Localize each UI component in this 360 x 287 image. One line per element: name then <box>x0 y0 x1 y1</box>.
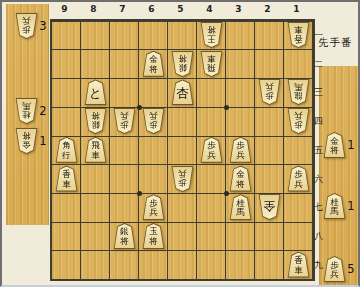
shogi-piece-gote-hand-0[interactable]: 歩兵 <box>15 13 38 39</box>
shogi-piece-sente-78[interactable]: 銀将 <box>113 223 136 249</box>
shogi-piece-gote-74[interactable]: 歩兵 <box>113 108 136 134</box>
koma-face: 龍馬 <box>287 79 310 105</box>
rank-label: 六 <box>313 173 324 186</box>
koma-face: 金将 <box>142 51 165 77</box>
file-label: 3 <box>224 4 253 14</box>
koma-face: 桂馬 <box>323 193 346 219</box>
koma-face: 香車 <box>287 252 310 278</box>
shogi-piece-gote-42[interactable]: 飛車 <box>200 51 223 77</box>
koma-face: 王将 <box>200 22 223 48</box>
koma-face: 歩兵 <box>113 108 136 134</box>
shogi-app-window: 先手番 王将香車金将銀将飛車と杏歩兵龍馬銀将歩兵歩兵歩兵角行飛車歩兵歩兵香車歩兵… <box>0 0 360 287</box>
shogi-piece-sente-68[interactable]: 玉将 <box>142 223 165 249</box>
rank-label: 三 <box>313 86 324 99</box>
shogi-piece-gote-41[interactable]: 王将 <box>200 22 223 48</box>
koma-face: 歩兵 <box>200 137 223 163</box>
koma-face: 香車 <box>55 166 78 192</box>
shogi-piece-gote-27[interactable]: 全 <box>258 194 281 220</box>
file-label: 1 <box>282 4 311 14</box>
koma-face: 銀将 <box>171 51 194 77</box>
gote-hand-count: 3 <box>37 19 49 33</box>
file-label: 5 <box>166 4 195 14</box>
shogi-piece-gote-56[interactable]: 歩兵 <box>171 166 194 192</box>
shogi-piece-sente-hand-2[interactable]: 歩兵 <box>323 256 346 282</box>
koma-face: 玉将 <box>142 223 165 249</box>
koma-face: 桂馬 <box>15 98 38 124</box>
shogi-piece-sente-67[interactable]: 歩兵 <box>142 194 165 220</box>
rank-label: 一 <box>313 29 324 42</box>
file-label: 2 <box>253 4 282 14</box>
shogi-piece-gote-13[interactable]: 龍馬 <box>287 79 310 105</box>
gote-hand-count: 1 <box>37 134 49 148</box>
koma-face: 歩兵 <box>287 108 310 134</box>
file-label: 8 <box>79 4 108 14</box>
koma-face: 角行 <box>55 137 78 163</box>
koma-face: と <box>84 79 107 105</box>
koma-face: 銀将 <box>113 223 136 249</box>
file-label: 4 <box>195 4 224 14</box>
shogi-piece-sente-16[interactable]: 歩兵 <box>287 166 310 192</box>
shogi-piece-sente-62[interactable]: 金将 <box>142 51 165 77</box>
koma-face: 金将 <box>229 166 252 192</box>
gote-hand-count: 2 <box>37 104 49 118</box>
shogi-piece-gote-hand-2[interactable]: 金将 <box>15 128 38 154</box>
sente-hand-count: 5 <box>345 262 357 276</box>
koma-face: 歩兵 <box>142 194 165 220</box>
shogi-piece-sente-36[interactable]: 金将 <box>229 166 252 192</box>
shogi-piece-sente-85[interactable]: 飛車 <box>84 137 107 163</box>
shogi-piece-sente-53[interactable]: 杏 <box>171 79 194 105</box>
shogi-piece-gote-hand-1[interactable]: 桂馬 <box>15 98 38 124</box>
shogi-piece-sente-37[interactable]: 桂馬 <box>229 194 252 220</box>
koma-face: 歩兵 <box>171 166 194 192</box>
shogi-piece-gote-52[interactable]: 銀将 <box>171 51 194 77</box>
rank-label: 四 <box>313 115 324 128</box>
turn-indicator: 先手番 <box>318 36 360 50</box>
shogi-piece-sente-19[interactable]: 香車 <box>287 252 310 278</box>
shogi-piece-sente-96[interactable]: 香車 <box>55 166 78 192</box>
shogi-piece-sente-95[interactable]: 角行 <box>55 137 78 163</box>
shogi-piece-gote-14[interactable]: 歩兵 <box>287 108 310 134</box>
file-label: 9 <box>50 4 79 14</box>
koma-face: 歩兵 <box>15 13 38 39</box>
shogi-piece-gote-23[interactable]: 歩兵 <box>258 79 281 105</box>
shogi-piece-sente-hand-1[interactable]: 桂馬 <box>323 193 346 219</box>
shogi-piece-gote-84[interactable]: 銀将 <box>84 108 107 134</box>
rank-label: 八 <box>313 230 324 243</box>
koma-face: 飛車 <box>200 51 223 77</box>
file-label: 7 <box>108 4 137 14</box>
shogi-piece-sente-hand-0[interactable]: 金将 <box>323 132 346 158</box>
sente-hand-count: 1 <box>345 199 357 213</box>
shogi-piece-gote-11[interactable]: 香車 <box>287 22 310 48</box>
koma-face: 歩兵 <box>258 79 281 105</box>
koma-face: 歩兵 <box>142 108 165 134</box>
koma-face: 全 <box>258 194 281 220</box>
koma-face: 歩兵 <box>323 256 346 282</box>
koma-face: 金将 <box>15 128 38 154</box>
koma-face: 歩兵 <box>287 166 310 192</box>
koma-face: 飛車 <box>84 137 107 163</box>
sente-piece-stand <box>319 66 359 285</box>
shogi-piece-sente-45[interactable]: 歩兵 <box>200 137 223 163</box>
koma-face: 金将 <box>323 132 346 158</box>
file-label: 6 <box>137 4 166 14</box>
shogi-piece-sente-35[interactable]: 歩兵 <box>229 137 252 163</box>
koma-face: 杏 <box>171 79 194 105</box>
sente-hand-count: 1 <box>345 138 357 152</box>
koma-face: 香車 <box>287 22 310 48</box>
koma-face: 桂馬 <box>229 194 252 220</box>
rank-label: 二 <box>313 58 324 71</box>
shogi-piece-gote-64[interactable]: 歩兵 <box>142 108 165 134</box>
koma-face: 歩兵 <box>229 137 252 163</box>
shogi-piece-sente-83[interactable]: と <box>84 79 107 105</box>
koma-face: 銀将 <box>84 108 107 134</box>
